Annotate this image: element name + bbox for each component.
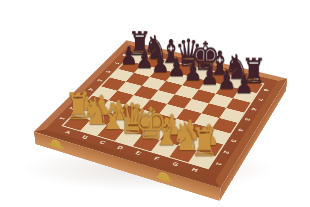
white-bishop-f1: ♝ <box>152 113 172 150</box>
chess-set-photo: ABCDEFGH ABCDEFGH 87654321 87654321 ♜♞♝♛… <box>0 0 310 207</box>
brass-hinge-left <box>51 139 62 149</box>
white-knight-g1: ♞ <box>171 117 192 156</box>
white-rook-h1: ♜ <box>190 123 211 162</box>
brass-hinge-center <box>158 172 169 182</box>
